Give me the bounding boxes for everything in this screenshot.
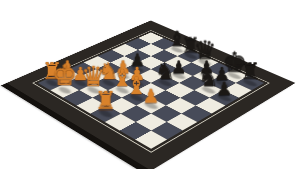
piece-white-pawn-f3[interactable]: ♟ <box>134 87 168 106</box>
chess-board: ♝♜♛♚♜♟♟♟♞♟♟♞♟♟♞♝♝♟♟♟♛♜♚♜ <box>38 32 264 148</box>
chess-board-photo: ♝♜♛♚♜♟♟♟♞♟♟♞♟♟♞♝♝♟♟♟♛♜♚♜ <box>0 0 300 169</box>
square-h6[interactable]: ♟ <box>210 90 239 105</box>
piece-black-pawn-h6[interactable]: ♟ <box>208 79 241 98</box>
square-b1[interactable]: ♚ <box>50 83 79 98</box>
board-frame: ♝♜♛♚♜♟♟♟♞♟♟♞♟♟♞♝♝♟♟♟♛♜♚♜ <box>7 20 295 169</box>
piece-white-rook-e1[interactable]: ♜ <box>89 89 123 114</box>
square-g1[interactable] <box>120 122 151 140</box>
piece-black-knight-e5[interactable]: ♞ <box>149 60 181 83</box>
piece-white-king-b1[interactable]: ♚ <box>48 62 81 90</box>
square-e1[interactable]: ♜ <box>91 106 121 122</box>
